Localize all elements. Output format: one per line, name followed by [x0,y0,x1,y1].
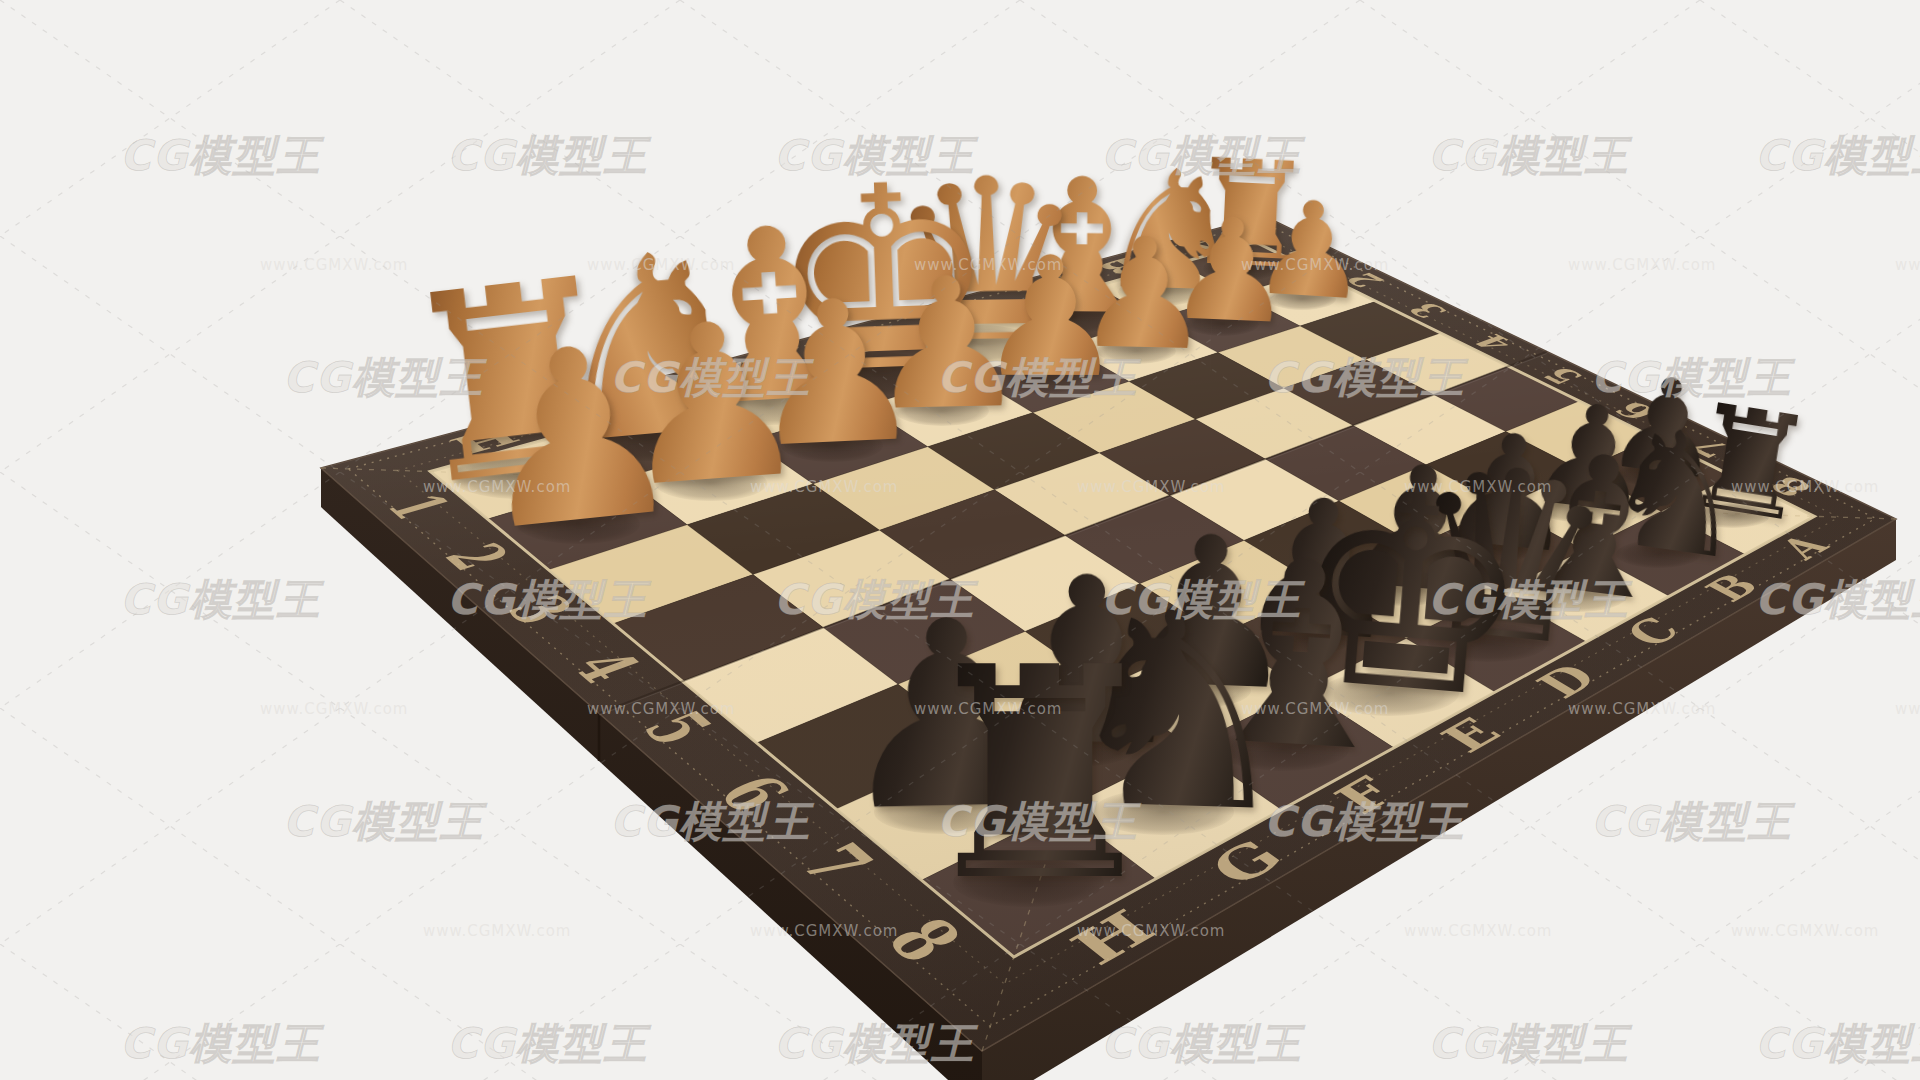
chess-board: 11AA22BB33CC44DD55EE66FF77GG88HH [0,0,1920,1080]
chess-set-render: 11AA22BB33CC44DD55EE66FF77GG88HH ♜♞♟♝♟♛♟… [0,0,1920,1080]
